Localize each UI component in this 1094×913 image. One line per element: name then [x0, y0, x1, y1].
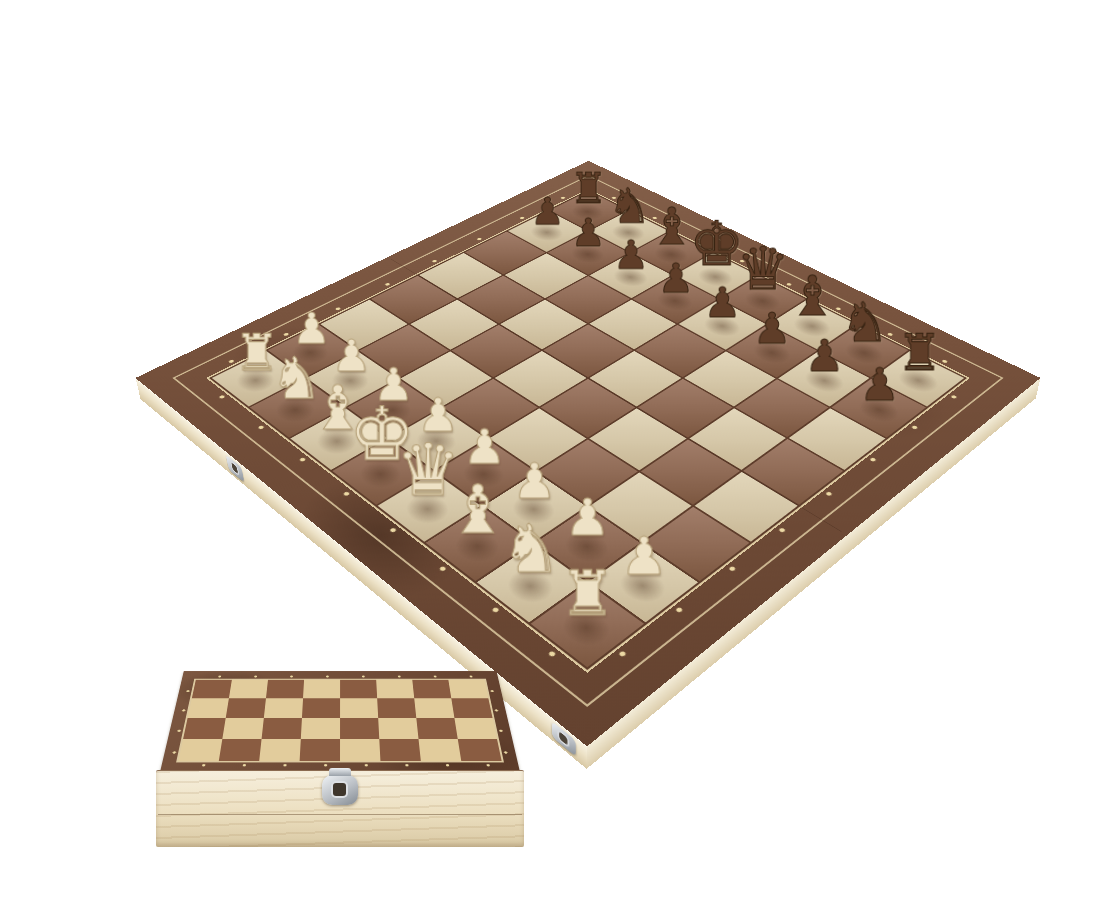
- white-rook: ♜: [540, 563, 634, 625]
- box-lid: [160, 671, 520, 772]
- black-pawn: ♟: [840, 362, 918, 407]
- product-photo: { "game": "chess", "scene": { "type": "p…: [0, 0, 1094, 913]
- box-lid-seam: [158, 814, 522, 815]
- brass-pins: [183, 763, 497, 767]
- square: [589, 408, 686, 470]
- box-lid-checkerboard: [178, 680, 501, 761]
- board-grid: ♜♞♝♚♛♝♞♜♟♟♟♟♟♟♟♟♟♟♟♟♟♟♟♟♜♞♝♚♛♝♞♜: [209, 190, 967, 670]
- brass-pins: [201, 675, 478, 678]
- folded-chess-box: [156, 658, 526, 858]
- latch-icon: [322, 775, 358, 805]
- box-front: [156, 770, 524, 847]
